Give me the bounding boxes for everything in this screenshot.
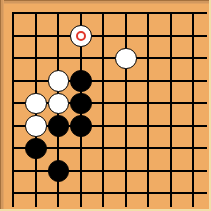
grid-line-vertical: [102, 12, 104, 207]
black-stone: [48, 160, 70, 182]
white-stone: [48, 70, 70, 92]
grid-line-vertical: [12, 12, 14, 207]
grid-line-horizontal: [12, 57, 207, 59]
grid-line-horizontal: [12, 80, 207, 82]
red-circle-mark-icon: [76, 31, 86, 41]
grid-line-vertical: [192, 12, 194, 207]
grid-line-horizontal: [12, 192, 207, 194]
white-stone: [48, 93, 70, 115]
black-stone: [70, 115, 92, 137]
black-stone: [25, 138, 47, 160]
page-background: [0, 0, 211, 211]
go-board: [0, 0, 209, 209]
white-stone: [25, 93, 47, 115]
grid-line-horizontal: [12, 35, 207, 37]
grid-line-vertical: [125, 12, 127, 207]
grid-line-horizontal: [12, 170, 207, 172]
board-border-top: [0, 0, 209, 4]
white-stone: [25, 115, 47, 137]
grid-line-vertical: [170, 12, 172, 207]
black-stone: [48, 115, 70, 137]
board-border-left: [0, 0, 4, 209]
white-stone: [115, 48, 137, 70]
marked-white-stone: [70, 25, 92, 47]
black-stone: [70, 93, 92, 115]
black-stone: [70, 70, 92, 92]
grid-line-vertical: [147, 12, 149, 207]
grid-line-horizontal: [12, 12, 207, 14]
